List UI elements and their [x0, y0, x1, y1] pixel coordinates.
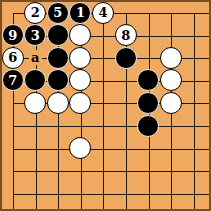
black-stone: 1 [69, 2, 91, 24]
board-point-c7r6[interactable] [137, 114, 160, 137]
board-point-c8r9[interactable] [160, 182, 183, 205]
board-point-c4r9[interactable] [69, 182, 92, 205]
board-point-c1r4[interactable]: 7 [1, 69, 24, 92]
board-point-c1r5[interactable] [1, 92, 24, 115]
board-point-c3r9[interactable] [47, 182, 70, 205]
move-number: 8 [121, 29, 130, 42]
board-point-c7r8[interactable] [137, 160, 160, 183]
board-point-c6r3[interactable] [114, 47, 137, 70]
board-point-c2r6[interactable] [24, 114, 47, 137]
board-point-c6r9[interactable] [114, 182, 137, 205]
board-point-c4r5[interactable] [69, 92, 92, 115]
board-point-c5r5[interactable] [92, 92, 115, 115]
board-point-c6r8[interactable] [114, 160, 137, 183]
white-stone: 8 [115, 24, 137, 46]
board-grid: 25149386a7 [1, 1, 204, 204]
point-label-a: a [29, 50, 42, 65]
board-point-c3r2[interactable] [47, 24, 70, 47]
black-stone: 3 [24, 24, 46, 46]
board-point-c1r2[interactable]: 9 [1, 24, 24, 47]
board-point-c1r6[interactable] [1, 114, 24, 137]
board-point-c8r1[interactable] [160, 1, 183, 24]
black-stone: 5 [47, 2, 69, 24]
board-point-c7r9[interactable] [137, 182, 160, 205]
board-point-c8r8[interactable] [160, 160, 183, 183]
board-point-c7r3[interactable] [137, 47, 160, 70]
board-point-c7r1[interactable] [137, 1, 160, 24]
board-point-c4r4[interactable] [69, 69, 92, 92]
board-point-c2r8[interactable] [24, 160, 47, 183]
board-point-c1r7[interactable] [1, 137, 24, 160]
board-point-c2r2[interactable]: 3 [24, 24, 47, 47]
board-point-c2r4[interactable] [24, 69, 47, 92]
board-point-c9r8[interactable] [182, 160, 205, 183]
board-point-c5r9[interactable] [92, 182, 115, 205]
board-point-c4r3[interactable] [69, 47, 92, 70]
white-stone [160, 69, 182, 91]
board-point-c7r7[interactable] [137, 137, 160, 160]
board-point-c5r2[interactable] [92, 24, 115, 47]
board-point-c3r8[interactable] [47, 160, 70, 183]
move-number: 9 [8, 29, 17, 42]
white-stone [69, 137, 91, 159]
black-stone [47, 47, 69, 69]
board-point-c2r5[interactable] [24, 92, 47, 115]
board-point-c6r2[interactable]: 8 [114, 24, 137, 47]
board-point-c6r4[interactable] [114, 69, 137, 92]
board-point-c3r5[interactable] [47, 92, 70, 115]
board-point-c8r3[interactable] [160, 47, 183, 70]
board-point-c3r1[interactable]: 5 [47, 1, 70, 24]
board-point-c2r7[interactable] [24, 137, 47, 160]
board-point-c1r1[interactable] [1, 1, 24, 24]
white-stone [69, 24, 91, 46]
move-number: 2 [31, 6, 40, 19]
board-point-c1r3[interactable]: 6 [1, 47, 24, 70]
board-point-c9r3[interactable] [182, 47, 205, 70]
move-number: 6 [8, 51, 17, 64]
white-stone: 4 [92, 2, 114, 24]
move-number: 5 [53, 6, 62, 19]
black-stone: 7 [2, 69, 24, 91]
board-point-c8r5[interactable] [160, 92, 183, 115]
board-point-c9r2[interactable] [182, 24, 205, 47]
move-number: 7 [8, 74, 17, 87]
black-stone: 9 [2, 24, 24, 46]
white-stone: 2 [24, 2, 46, 24]
board-point-c5r3[interactable] [92, 47, 115, 70]
board-point-c7r4[interactable] [137, 69, 160, 92]
white-stone [69, 47, 91, 69]
board-point-c2r1[interactable]: 2 [24, 1, 47, 24]
board-point-c3r7[interactable] [47, 137, 70, 160]
white-stone [47, 92, 69, 114]
board-point-c5r7[interactable] [92, 137, 115, 160]
board-point-c4r6[interactable] [69, 114, 92, 137]
board-point-c8r2[interactable] [160, 24, 183, 47]
board-point-c8r4[interactable] [160, 69, 183, 92]
board-point-c4r2[interactable] [69, 24, 92, 47]
board-point-c2r9[interactable] [24, 182, 47, 205]
board-point-c9r1[interactable] [182, 1, 205, 24]
board-point-c3r4[interactable] [47, 69, 70, 92]
board-point-c4r7[interactable] [69, 137, 92, 160]
board-point-c6r1[interactable] [114, 1, 137, 24]
board-point-c3r3[interactable] [47, 47, 70, 70]
go-board: 25149386a7 [0, 0, 211, 211]
board-point-c8r6[interactable] [160, 114, 183, 137]
board-point-c9r4[interactable] [182, 69, 205, 92]
board-point-c9r6[interactable] [182, 114, 205, 137]
board-point-c4r1[interactable]: 1 [69, 1, 92, 24]
white-stone [24, 92, 46, 114]
board-point-c2r3[interactable]: a [24, 47, 47, 70]
board-point-c6r7[interactable] [114, 137, 137, 160]
black-stone [47, 24, 69, 46]
board-point-c5r8[interactable] [92, 160, 115, 183]
black-stone [137, 69, 159, 91]
move-number: 4 [99, 6, 108, 19]
black-stone [115, 47, 137, 69]
board-point-c7r5[interactable] [137, 92, 160, 115]
board-point-c5r4[interactable] [92, 69, 115, 92]
board-point-c7r2[interactable] [137, 24, 160, 47]
white-stone [69, 92, 91, 114]
board-point-c6r5[interactable] [114, 92, 137, 115]
board-point-c6r6[interactable] [114, 114, 137, 137]
white-stone [160, 92, 182, 114]
board-point-c8r7[interactable] [160, 137, 183, 160]
board-point-c5r1[interactable]: 4 [92, 1, 115, 24]
board-point-c5r6[interactable] [92, 114, 115, 137]
board-point-c9r5[interactable] [182, 92, 205, 115]
move-number: 3 [31, 29, 40, 42]
black-stone [137, 92, 159, 114]
board-point-c9r7[interactable] [182, 137, 205, 160]
board-point-c1r9[interactable] [1, 182, 24, 205]
white-stone [160, 47, 182, 69]
board-point-c1r8[interactable] [1, 160, 24, 183]
board-point-c4r8[interactable] [69, 160, 92, 183]
black-stone [47, 69, 69, 91]
board-point-c3r6[interactable] [47, 114, 70, 137]
black-stone [24, 69, 46, 91]
white-stone [69, 69, 91, 91]
white-stone: 6 [2, 47, 24, 69]
black-stone [137, 115, 159, 137]
move-number: 1 [76, 6, 85, 19]
board-point-c9r9[interactable] [182, 182, 205, 205]
